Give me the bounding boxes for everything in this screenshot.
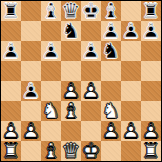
piece-outline-glyph: ♘ — [101, 41, 121, 61]
piece-outline-glyph: ♖ — [1, 141, 21, 161]
black-knight[interactable]: ♞♘ — [101, 41, 121, 61]
square-g6[interactable] — [121, 41, 141, 61]
piece-outline-glyph: ♙ — [61, 81, 81, 101]
white-pawn[interactable]: ♟♙ — [21, 121, 41, 141]
square-a5[interactable] — [1, 61, 21, 81]
square-d3[interactable]: ♝♗ — [61, 101, 81, 121]
square-f1[interactable] — [101, 141, 121, 161]
square-g3[interactable] — [121, 101, 141, 121]
square-b1[interactable] — [21, 141, 41, 161]
square-e6[interactable]: ♟♙ — [81, 41, 101, 61]
square-g1[interactable] — [121, 141, 141, 161]
square-a6[interactable]: ♟♙ — [1, 41, 21, 61]
square-f4[interactable] — [101, 81, 121, 101]
square-c7[interactable] — [41, 21, 61, 41]
piece-outline-glyph: ♘ — [41, 101, 61, 121]
black-pawn[interactable]: ♟♙ — [41, 41, 61, 61]
square-c1[interactable]: ♝♗ — [41, 141, 61, 161]
piece-outline-glyph: ♙ — [141, 21, 161, 41]
square-h4[interactable] — [141, 81, 161, 101]
piece-outline-glyph: ♙ — [121, 121, 141, 141]
square-h3[interactable] — [141, 101, 161, 121]
square-d5[interactable] — [61, 61, 81, 81]
black-king[interactable]: ♚♔ — [81, 1, 101, 21]
square-d4[interactable]: ♟♙ — [61, 81, 81, 101]
white-pawn[interactable]: ♟♙ — [141, 121, 161, 141]
black-queen[interactable]: ♛♕ — [61, 1, 81, 21]
square-e8[interactable]: ♚♔ — [81, 1, 101, 21]
square-h8[interactable]: ♜♖ — [141, 1, 161, 21]
square-b3[interactable] — [21, 101, 41, 121]
square-a4[interactable] — [1, 81, 21, 101]
black-rook[interactable]: ♜♖ — [141, 1, 161, 21]
chessboard-window: ♜♖♝♗♛♕♚♔♝♗♜♖♞♘♟♙♟♙♟♙♟♙♟♙♟♙♞♘♟♙♟♙♟♙♞♘♝♗♞♘… — [0, 0, 162, 162]
piece-outline-glyph: ♙ — [41, 41, 61, 61]
square-e2[interactable] — [81, 121, 101, 141]
square-d2[interactable] — [61, 121, 81, 141]
white-knight[interactable]: ♞♘ — [101, 101, 121, 121]
white-pawn[interactable]: ♟♙ — [101, 121, 121, 141]
white-king[interactable]: ♚♔ — [81, 141, 101, 161]
black-pawn[interactable]: ♟♙ — [81, 41, 101, 61]
square-c4[interactable] — [41, 81, 61, 101]
square-g5[interactable] — [121, 61, 141, 81]
piece-outline-glyph: ♙ — [21, 81, 41, 101]
black-bishop[interactable]: ♝♗ — [41, 1, 61, 21]
piece-outline-glyph: ♗ — [41, 141, 61, 161]
piece-outline-glyph: ♙ — [21, 121, 41, 141]
white-bishop[interactable]: ♝♗ — [41, 141, 61, 161]
piece-outline-glyph: ♔ — [81, 1, 101, 21]
square-h6[interactable] — [141, 41, 161, 61]
square-b7[interactable] — [21, 21, 41, 41]
piece-outline-glyph: ♙ — [101, 121, 121, 141]
black-pawn[interactable]: ♟♙ — [121, 21, 141, 41]
square-f2[interactable]: ♟♙ — [101, 121, 121, 141]
piece-outline-glyph: ♘ — [61, 21, 81, 41]
piece-outline-glyph: ♙ — [101, 21, 121, 41]
square-a8[interactable]: ♜♖ — [1, 1, 21, 21]
piece-outline-glyph: ♕ — [61, 1, 81, 21]
square-e1[interactable]: ♚♔ — [81, 141, 101, 161]
square-f8[interactable]: ♝♗ — [101, 1, 121, 21]
square-b4[interactable]: ♟♙ — [21, 81, 41, 101]
square-d1[interactable]: ♛♕ — [61, 141, 81, 161]
white-pawn[interactable]: ♟♙ — [81, 81, 101, 101]
square-b5[interactable] — [21, 61, 41, 81]
white-pawn[interactable]: ♟♙ — [1, 121, 21, 141]
white-bishop[interactable]: ♝♗ — [61, 101, 81, 121]
square-b8[interactable] — [21, 1, 41, 21]
square-d6[interactable] — [61, 41, 81, 61]
black-pawn[interactable]: ♟♙ — [101, 21, 121, 41]
square-g4[interactable] — [121, 81, 141, 101]
white-pawn[interactable]: ♟♙ — [61, 81, 81, 101]
white-knight[interactable]: ♞♘ — [41, 101, 61, 121]
square-g7[interactable]: ♟♙ — [121, 21, 141, 41]
square-g8[interactable] — [121, 1, 141, 21]
square-f7[interactable]: ♟♙ — [101, 21, 121, 41]
square-f5[interactable] — [101, 61, 121, 81]
square-f6[interactable]: ♞♘ — [101, 41, 121, 61]
black-pawn[interactable]: ♟♙ — [141, 21, 161, 41]
square-c3[interactable]: ♞♘ — [41, 101, 61, 121]
piece-outline-glyph: ♘ — [101, 101, 121, 121]
piece-outline-glyph: ♙ — [1, 121, 21, 141]
square-d8[interactable]: ♛♕ — [61, 1, 81, 21]
white-rook[interactable]: ♜♖ — [1, 141, 21, 161]
square-c6[interactable]: ♟♙ — [41, 41, 61, 61]
square-a1[interactable]: ♜♖ — [1, 141, 21, 161]
square-c5[interactable] — [41, 61, 61, 81]
black-pawn[interactable]: ♟♙ — [1, 41, 21, 61]
piece-outline-glyph: ♙ — [121, 21, 141, 41]
square-e3[interactable] — [81, 101, 101, 121]
square-a3[interactable] — [1, 101, 21, 121]
square-d7[interactable]: ♞♘ — [61, 21, 81, 41]
piece-outline-glyph: ♗ — [41, 1, 61, 21]
square-h7[interactable]: ♟♙ — [141, 21, 161, 41]
piece-outline-glyph: ♖ — [141, 141, 161, 161]
square-b6[interactable] — [21, 41, 41, 61]
square-e5[interactable] — [81, 61, 101, 81]
piece-outline-glyph: ♗ — [101, 1, 121, 21]
black-pawn[interactable]: ♟♙ — [21, 81, 41, 101]
square-h5[interactable] — [141, 61, 161, 81]
white-queen[interactable]: ♛♕ — [61, 141, 81, 161]
square-c2[interactable] — [41, 121, 61, 141]
square-g2[interactable]: ♟♙ — [121, 121, 141, 141]
white-pawn[interactable]: ♟♙ — [121, 121, 141, 141]
piece-outline-glyph: ♗ — [61, 101, 81, 121]
piece-outline-glyph: ♙ — [81, 41, 101, 61]
black-bishop[interactable]: ♝♗ — [101, 1, 121, 21]
piece-outline-glyph: ♖ — [1, 1, 21, 21]
white-rook[interactable]: ♜♖ — [141, 141, 161, 161]
square-a2[interactable]: ♟♙ — [1, 121, 21, 141]
chess-board: ♜♖♝♗♛♕♚♔♝♗♜♖♞♘♟♙♟♙♟♙♟♙♟♙♟♙♞♘♟♙♟♙♟♙♞♘♝♗♞♘… — [0, 0, 162, 162]
piece-outline-glyph: ♙ — [1, 41, 21, 61]
square-e4[interactable]: ♟♙ — [81, 81, 101, 101]
black-knight[interactable]: ♞♘ — [61, 21, 81, 41]
piece-outline-glyph: ♙ — [141, 121, 161, 141]
piece-outline-glyph: ♕ — [61, 141, 81, 161]
square-a7[interactable] — [1, 21, 21, 41]
piece-outline-glyph: ♖ — [141, 1, 161, 21]
black-rook[interactable]: ♜♖ — [1, 1, 21, 21]
square-f3[interactable]: ♞♘ — [101, 101, 121, 121]
square-b2[interactable]: ♟♙ — [21, 121, 41, 141]
square-h1[interactable]: ♜♖ — [141, 141, 161, 161]
piece-outline-glyph: ♔ — [81, 141, 101, 161]
square-h2[interactable]: ♟♙ — [141, 121, 161, 141]
square-c8[interactable]: ♝♗ — [41, 1, 61, 21]
square-e7[interactable] — [81, 21, 101, 41]
piece-outline-glyph: ♙ — [81, 81, 101, 101]
